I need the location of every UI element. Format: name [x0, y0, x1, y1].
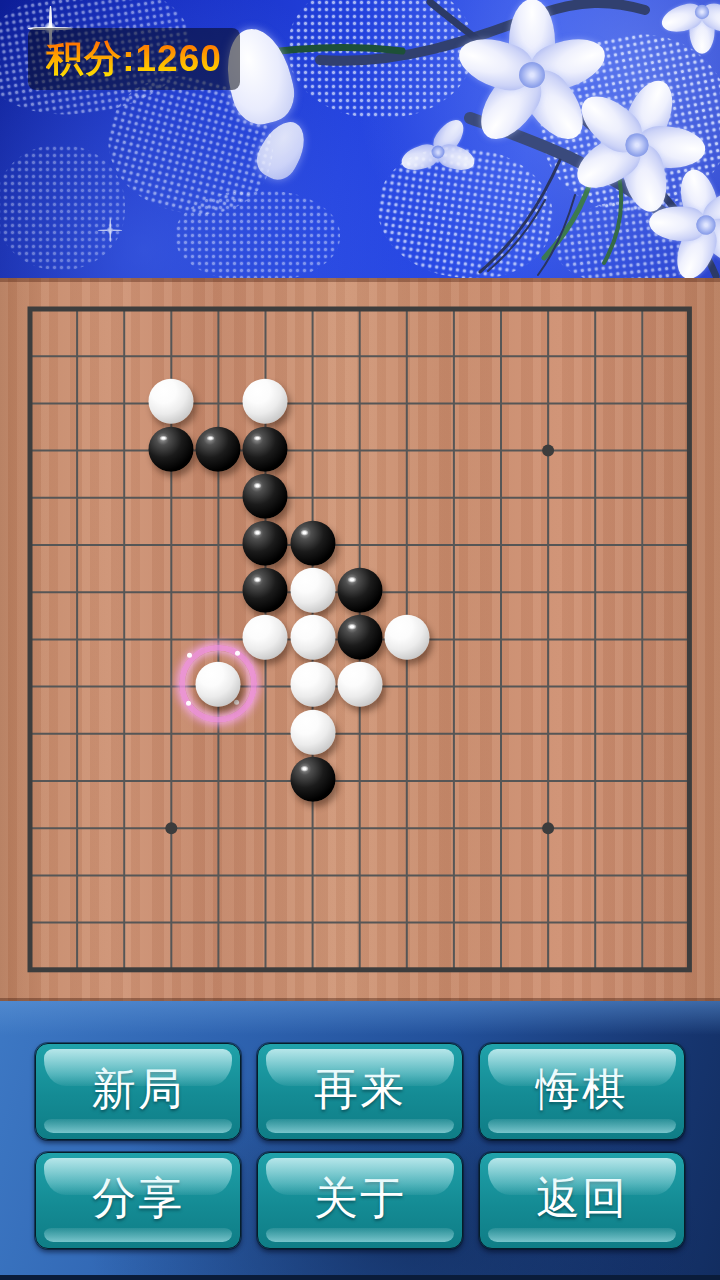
board-cell[interactable]: [619, 804, 666, 851]
score-text: 积分:1260: [46, 34, 222, 84]
board-cell[interactable]: [336, 757, 383, 804]
board-cell[interactable]: [477, 474, 524, 521]
board-cell: [336, 616, 383, 663]
board-cell[interactable]: [477, 899, 524, 946]
board-cell[interactable]: [477, 333, 524, 380]
board-cell[interactable]: [430, 569, 477, 616]
board-cell[interactable]: [572, 380, 619, 427]
board-cell: [289, 616, 336, 663]
black-stone: [243, 568, 288, 613]
board-cell[interactable]: [524, 899, 571, 946]
board-cell[interactable]: [242, 710, 289, 757]
board-cell[interactable]: [524, 521, 571, 568]
board-cell: [148, 427, 195, 474]
board-cell[interactable]: [6, 852, 53, 899]
board-cell[interactable]: [477, 946, 524, 993]
board-cell[interactable]: [619, 427, 666, 474]
board-cell[interactable]: [289, 474, 336, 521]
black-stone: [149, 426, 194, 471]
board-cell[interactable]: [477, 427, 524, 474]
board-cell[interactable]: [336, 474, 383, 521]
board-cell[interactable]: [666, 380, 713, 427]
white-stone: [384, 615, 429, 660]
board-cell[interactable]: [148, 946, 195, 993]
board-cell[interactable]: [242, 804, 289, 851]
board-cell: [289, 710, 336, 757]
board-cell[interactable]: [54, 663, 101, 710]
board-cell[interactable]: [430, 804, 477, 851]
button-panel: 新局 再来 悔棋 分享 关于 返回: [0, 1001, 720, 1280]
black-stone: [290, 521, 335, 566]
board-cell[interactable]: [54, 757, 101, 804]
board-cell[interactable]: [666, 427, 713, 474]
board-cell[interactable]: [619, 616, 666, 663]
board-cell[interactable]: [336, 852, 383, 899]
board-cell[interactable]: [619, 710, 666, 757]
board-cell[interactable]: [430, 427, 477, 474]
board-cell[interactable]: [54, 946, 101, 993]
board-cell[interactable]: [289, 333, 336, 380]
white-stone: [149, 379, 194, 424]
board-cell: [195, 663, 242, 710]
board-cell[interactable]: [430, 852, 477, 899]
board-cell[interactable]: [101, 427, 148, 474]
board-cell[interactable]: [101, 569, 148, 616]
again-button[interactable]: 再来: [257, 1043, 463, 1140]
board-cell[interactable]: [101, 285, 148, 332]
board-cell[interactable]: [54, 521, 101, 568]
board-cell[interactable]: [524, 804, 571, 851]
board-cell[interactable]: [336, 380, 383, 427]
white-stone: [337, 662, 382, 707]
board-cell[interactable]: [430, 757, 477, 804]
about-button[interactable]: 关于: [257, 1152, 463, 1249]
top-banner: 积分:1260: [0, 0, 720, 278]
board-cell: [242, 616, 289, 663]
board-cell[interactable]: [430, 474, 477, 521]
board-cell[interactable]: [195, 474, 242, 521]
board-cell[interactable]: [477, 521, 524, 568]
board-cell[interactable]: [666, 710, 713, 757]
board-cell[interactable]: [430, 616, 477, 663]
board-cell[interactable]: [572, 285, 619, 332]
board-cell[interactable]: [666, 757, 713, 804]
board-cell[interactable]: [6, 710, 53, 757]
board-cell[interactable]: [383, 285, 430, 332]
board-cell[interactable]: [6, 616, 53, 663]
board-cell[interactable]: [572, 427, 619, 474]
board-cell[interactable]: [148, 474, 195, 521]
board-cell: [242, 474, 289, 521]
app-screen: 积分:1260 新局 再来 悔棋 分享 关于 返回: [0, 0, 720, 1280]
board-cell[interactable]: [6, 380, 53, 427]
board-cell[interactable]: [195, 899, 242, 946]
board-cell[interactable]: [148, 852, 195, 899]
board-cell[interactable]: [101, 474, 148, 521]
board-cell[interactable]: [383, 333, 430, 380]
board-cell[interactable]: [195, 757, 242, 804]
board-cell[interactable]: [54, 333, 101, 380]
board-cell[interactable]: [383, 380, 430, 427]
board-cell[interactable]: [477, 616, 524, 663]
board-cell[interactable]: [666, 804, 713, 851]
back-button[interactable]: 返回: [479, 1152, 685, 1249]
board-cell[interactable]: [524, 474, 571, 521]
board-cell[interactable]: [54, 710, 101, 757]
board-cell[interactable]: [666, 616, 713, 663]
board-cell[interactable]: [336, 710, 383, 757]
board-cell[interactable]: [336, 285, 383, 332]
board-cell[interactable]: [101, 616, 148, 663]
board-cell[interactable]: [148, 333, 195, 380]
board-cell[interactable]: [477, 757, 524, 804]
board-cell[interactable]: [430, 899, 477, 946]
board-cell[interactable]: [619, 899, 666, 946]
board-cell: [242, 569, 289, 616]
board-cell[interactable]: [572, 333, 619, 380]
board-cell[interactable]: [524, 663, 571, 710]
board-cell[interactable]: [289, 804, 336, 851]
black-stone: [243, 521, 288, 566]
board-cell[interactable]: [195, 804, 242, 851]
board-cell[interactable]: [619, 663, 666, 710]
bottom-edge-strip: [0, 1275, 720, 1280]
board-cell[interactable]: [54, 899, 101, 946]
board-cell[interactable]: [572, 710, 619, 757]
black-stone: [243, 426, 288, 471]
board-cell[interactable]: [336, 427, 383, 474]
board-cell[interactable]: [572, 757, 619, 804]
board-cell[interactable]: [383, 474, 430, 521]
board-cell[interactable]: [572, 899, 619, 946]
board-cell[interactable]: [666, 899, 713, 946]
board-cell: [289, 757, 336, 804]
board-cell[interactable]: [336, 521, 383, 568]
board-cell[interactable]: [477, 852, 524, 899]
board-cell[interactable]: [524, 616, 571, 663]
board-cell[interactable]: [383, 521, 430, 568]
board-cell[interactable]: [101, 757, 148, 804]
board-cell[interactable]: [383, 852, 430, 899]
board-cell[interactable]: [148, 285, 195, 332]
board-cell[interactable]: [148, 899, 195, 946]
board-cell[interactable]: [101, 663, 148, 710]
board-cell[interactable]: [572, 804, 619, 851]
board-cell[interactable]: [572, 852, 619, 899]
board-cell[interactable]: [524, 333, 571, 380]
board-cell[interactable]: [477, 804, 524, 851]
share-button[interactable]: 分享: [35, 1152, 241, 1249]
undo-button[interactable]: 悔棋: [479, 1043, 685, 1140]
board-cell[interactable]: [289, 380, 336, 427]
board-cell[interactable]: [101, 852, 148, 899]
board-cell[interactable]: [524, 569, 571, 616]
board-cell[interactable]: [289, 285, 336, 332]
board-cell[interactable]: [101, 380, 148, 427]
new-game-button[interactable]: 新局: [35, 1043, 241, 1140]
board-cell[interactable]: [195, 285, 242, 332]
board-cell: [336, 663, 383, 710]
board-cell[interactable]: [619, 946, 666, 993]
board-cell[interactable]: [383, 663, 430, 710]
board-cell[interactable]: [6, 427, 53, 474]
board-cell[interactable]: [477, 710, 524, 757]
board-cell[interactable]: [666, 946, 713, 993]
board-cell[interactable]: [477, 285, 524, 332]
board-cell[interactable]: [383, 899, 430, 946]
board-cell[interactable]: [6, 333, 53, 380]
board-cell[interactable]: [6, 899, 53, 946]
board-cell[interactable]: [619, 757, 666, 804]
board-cell[interactable]: [619, 569, 666, 616]
board-cell[interactable]: [619, 521, 666, 568]
board-cell[interactable]: [101, 333, 148, 380]
board-cell[interactable]: [54, 474, 101, 521]
board-cell[interactable]: [666, 521, 713, 568]
board-cell[interactable]: [619, 380, 666, 427]
board-cell[interactable]: [101, 804, 148, 851]
board-cell[interactable]: [666, 333, 713, 380]
black-stone: [337, 615, 382, 660]
board-cell[interactable]: [6, 474, 53, 521]
board-cell[interactable]: [242, 852, 289, 899]
board-cell[interactable]: [6, 663, 53, 710]
board-cell[interactable]: [6, 804, 53, 851]
board-cell[interactable]: [195, 333, 242, 380]
board-cell[interactable]: [430, 663, 477, 710]
board-cell: [195, 427, 242, 474]
board-cell[interactable]: [572, 521, 619, 568]
board-cell[interactable]: [477, 569, 524, 616]
board-cell[interactable]: [148, 710, 195, 757]
board-cell[interactable]: [148, 521, 195, 568]
white-stone: [290, 568, 335, 613]
board-cell[interactable]: [383, 710, 430, 757]
board-cell[interactable]: [54, 804, 101, 851]
board-cell[interactable]: [289, 899, 336, 946]
board-cell[interactable]: [524, 380, 571, 427]
black-stone: [337, 568, 382, 613]
board-cell[interactable]: [619, 285, 666, 332]
black-stone: [243, 473, 288, 518]
white-stone: [290, 615, 335, 660]
sparkle: [98, 218, 122, 242]
board-cell[interactable]: [54, 569, 101, 616]
board-cell: [289, 521, 336, 568]
board-cell[interactable]: [54, 852, 101, 899]
board-cell[interactable]: [383, 946, 430, 993]
board-cell[interactable]: [572, 474, 619, 521]
board-cell[interactable]: [6, 757, 53, 804]
white-stone: [196, 662, 241, 707]
board-cell[interactable]: [148, 569, 195, 616]
board-cell[interactable]: [524, 946, 571, 993]
board-cell[interactable]: [430, 380, 477, 427]
board-cell[interactable]: [477, 380, 524, 427]
board-cell[interactable]: [524, 710, 571, 757]
board-cell[interactable]: [383, 569, 430, 616]
board-cell: [242, 427, 289, 474]
board-cell[interactable]: [54, 380, 101, 427]
board-cell[interactable]: [572, 569, 619, 616]
board-section: [0, 278, 720, 1001]
board-cell[interactable]: [6, 569, 53, 616]
white-stone: [243, 615, 288, 660]
board-cell: [336, 569, 383, 616]
board-cell[interactable]: [289, 427, 336, 474]
board-cell[interactable]: [148, 757, 195, 804]
white-stone: [290, 662, 335, 707]
board-cell[interactable]: [430, 710, 477, 757]
board-cell[interactable]: [101, 899, 148, 946]
board-cell: [242, 521, 289, 568]
board-cell[interactable]: [524, 285, 571, 332]
board-cell[interactable]: [383, 804, 430, 851]
board-cell[interactable]: [101, 710, 148, 757]
black-stone: [290, 757, 335, 802]
board-cell[interactable]: [242, 333, 289, 380]
board-cell[interactable]: [6, 521, 53, 568]
board-cell[interactable]: [195, 521, 242, 568]
board-cell[interactable]: [619, 333, 666, 380]
board-cell[interactable]: [572, 663, 619, 710]
board-cell[interactable]: [477, 663, 524, 710]
board-cell[interactable]: [54, 285, 101, 332]
board-cell: [148, 380, 195, 427]
board-cell[interactable]: [101, 946, 148, 993]
board-cell[interactable]: [195, 946, 242, 993]
board-cell[interactable]: [336, 946, 383, 993]
board-cell[interactable]: [6, 946, 53, 993]
board-cell[interactable]: [666, 663, 713, 710]
board-cell[interactable]: [242, 946, 289, 993]
board-cell[interactable]: [6, 285, 53, 332]
board-cell[interactable]: [195, 569, 242, 616]
board-cell[interactable]: [242, 757, 289, 804]
black-stone: [196, 426, 241, 471]
board-cell[interactable]: [572, 616, 619, 663]
board-cell[interactable]: [430, 333, 477, 380]
board-cell: [383, 616, 430, 663]
board-cell[interactable]: [101, 521, 148, 568]
board-grid[interactable]: [6, 285, 712, 993]
board-cell[interactable]: [336, 899, 383, 946]
board-cell[interactable]: [54, 616, 101, 663]
board-cell[interactable]: [430, 285, 477, 332]
board-cell[interactable]: [666, 569, 713, 616]
board-cell[interactable]: [619, 852, 666, 899]
board-cell[interactable]: [524, 852, 571, 899]
board-cell: [289, 569, 336, 616]
board-cell[interactable]: [148, 804, 195, 851]
white-stone: [243, 379, 288, 424]
board-cell[interactable]: [289, 852, 336, 899]
board-cell[interactable]: [666, 474, 713, 521]
board-cell[interactable]: [383, 427, 430, 474]
board-cell[interactable]: [524, 757, 571, 804]
board-cell[interactable]: [195, 380, 242, 427]
board-cell[interactable]: [336, 804, 383, 851]
board-cell: [289, 663, 336, 710]
board-cell[interactable]: [524, 427, 571, 474]
score-badge: 积分:1260: [28, 28, 240, 90]
board-cell[interactable]: [619, 474, 666, 521]
board-cell[interactable]: [242, 285, 289, 332]
board-cell[interactable]: [336, 333, 383, 380]
board-cell[interactable]: [430, 521, 477, 568]
board-cell[interactable]: [242, 899, 289, 946]
white-stone: [290, 709, 335, 754]
board-cell[interactable]: [572, 946, 619, 993]
board-cell[interactable]: [383, 757, 430, 804]
board-cell[interactable]: [430, 946, 477, 993]
board-cell[interactable]: [289, 946, 336, 993]
board-cell[interactable]: [195, 852, 242, 899]
board-cell[interactable]: [54, 427, 101, 474]
board-cell: [242, 380, 289, 427]
board-cell[interactable]: [666, 285, 713, 332]
board-cell[interactable]: [666, 852, 713, 899]
